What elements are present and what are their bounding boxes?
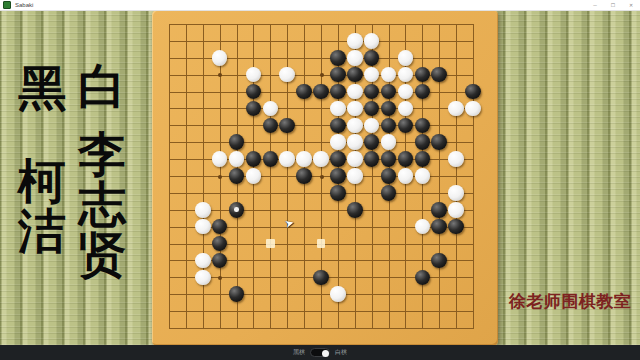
black-stone-R16 — [431, 67, 447, 83]
maximize-button[interactable]: ☐ — [604, 0, 622, 10]
white-stone-P17 — [398, 50, 414, 66]
black-stone-N11 — [364, 151, 380, 167]
white-stone-S9 — [448, 185, 464, 201]
white-stone-N13 — [364, 118, 380, 134]
white-stone-D11 — [212, 151, 228, 167]
black-stone-K15 — [313, 84, 329, 100]
white-stone-C8 — [195, 202, 211, 218]
white-stone-M14 — [347, 101, 363, 117]
grid-line-v — [473, 24, 474, 329]
black-stone-O15 — [381, 84, 397, 100]
black-stone-K4 — [313, 270, 329, 286]
white-stone-M10 — [347, 168, 363, 184]
white-stone-F16 — [246, 67, 262, 83]
white-stone-L14 — [330, 101, 346, 117]
white-stone-L12 — [330, 134, 346, 150]
black-stone-R5 — [431, 253, 447, 269]
hoshi-point — [320, 73, 324, 77]
hoshi-point — [218, 73, 222, 77]
black-stone-R7 — [431, 219, 447, 235]
white-stone-M18 — [347, 33, 363, 49]
black-stone-E10 — [229, 168, 245, 184]
black-stone-Q15 — [415, 84, 431, 100]
square-marker — [317, 239, 326, 248]
grid-line-h — [169, 210, 474, 211]
white-stone-S14 — [448, 101, 464, 117]
black-stone-M8 — [347, 202, 363, 218]
black-stone-Q12 — [415, 134, 431, 150]
black-stone-L10 — [330, 168, 346, 184]
bottom-bar: 黑棋 白棋 — [0, 345, 640, 360]
white-stone-D17 — [212, 50, 228, 66]
black-stone-R12 — [431, 134, 447, 150]
black-stone-D6 — [212, 236, 228, 252]
black-stone-O14 — [381, 101, 397, 117]
grid-line-h — [169, 311, 474, 312]
black-stone-E3 — [229, 286, 245, 302]
black-stone-Q11 — [415, 151, 431, 167]
black-stone-E12 — [229, 134, 245, 150]
white-player-name: 李志贤 — [76, 130, 128, 280]
grid-line-h — [169, 294, 474, 295]
color-toggle[interactable] — [310, 348, 330, 357]
white-stone-P10 — [398, 168, 414, 184]
white-stone-O16 — [381, 67, 397, 83]
black-stone-H13 — [279, 118, 295, 134]
black-stone-L11 — [330, 151, 346, 167]
white-stone-J11 — [296, 151, 312, 167]
white-stone-H16 — [279, 67, 295, 83]
black-stone-F14 — [246, 101, 262, 117]
white-stone-C7 — [195, 219, 211, 235]
white-stone-K11 — [313, 151, 329, 167]
white-stone-S8 — [448, 202, 464, 218]
black-stone-O11 — [381, 151, 397, 167]
white-stone-M12 — [347, 134, 363, 150]
title-bar[interactable]: Sabaki ─ ☐ ✕ — [0, 0, 640, 11]
toggle-label-white: 白棋 — [335, 348, 347, 357]
black-stone-R8 — [431, 202, 447, 218]
square-marker — [266, 239, 275, 248]
black-stone-F15 — [246, 84, 262, 100]
black-stone-N14 — [364, 101, 380, 117]
toggle-label-black: 黑棋 — [293, 348, 305, 357]
white-stone-H11 — [279, 151, 295, 167]
white-stone-L3 — [330, 286, 346, 302]
black-stone-G13 — [263, 118, 279, 134]
hoshi-point — [218, 276, 222, 280]
white-player-label: 白 李志贤 — [76, 62, 128, 280]
black-stone-S7 — [448, 219, 464, 235]
white-stone-O12 — [381, 134, 397, 150]
black-stone-J10 — [296, 168, 312, 184]
white-stone-T14 — [465, 101, 481, 117]
white-stone-M15 — [347, 84, 363, 100]
black-stone-L9 — [330, 185, 346, 201]
black-stone-L15 — [330, 84, 346, 100]
white-stone-C4 — [195, 270, 211, 286]
white-stone-M17 — [347, 50, 363, 66]
window-title: Sabaki — [15, 0, 33, 10]
black-stone-Q13 — [415, 118, 431, 134]
black-stone-O9 — [381, 185, 397, 201]
hoshi-point — [320, 175, 324, 179]
black-stone-P11 — [398, 151, 414, 167]
white-stone-P15 — [398, 84, 414, 100]
black-stone-N15 — [364, 84, 380, 100]
black-color-char: 黑 — [16, 64, 68, 114]
black-stone-D7 — [212, 219, 228, 235]
hoshi-point — [218, 175, 222, 179]
white-stone-N18 — [364, 33, 380, 49]
white-stone-C5 — [195, 253, 211, 269]
white-stone-E11 — [229, 151, 245, 167]
black-stone-N12 — [364, 134, 380, 150]
white-stone-S11 — [448, 151, 464, 167]
window-controls: ─ ☐ ✕ — [586, 0, 640, 10]
black-stone-Q4 — [415, 270, 431, 286]
sabaki-window: { "window": { "title": "Sabaki", "contro… — [0, 0, 640, 360]
toggle-knob — [322, 350, 329, 357]
grid-line-h — [169, 328, 474, 329]
black-stone-L16 — [330, 67, 346, 83]
black-stone-O13 — [381, 118, 397, 134]
black-stone-P13 — [398, 118, 414, 134]
white-stone-Q7 — [415, 219, 431, 235]
last-move-marker — [234, 207, 239, 212]
black-stone-L17 — [330, 50, 346, 66]
sabaki-app-icon — [3, 1, 11, 9]
white-stone-Q10 — [415, 168, 431, 184]
white-stone-F10 — [246, 168, 262, 184]
black-stone-N17 — [364, 50, 380, 66]
channel-caption: 徐老师围棋教室 — [500, 290, 640, 313]
close-button[interactable]: ✕ — [622, 0, 640, 10]
white-stone-G14 — [263, 101, 279, 117]
black-stone-D5 — [212, 253, 228, 269]
white-color-char: 白 — [76, 62, 128, 112]
black-stone-F11 — [246, 151, 262, 167]
white-stone-P14 — [398, 101, 414, 117]
white-stone-M11 — [347, 151, 363, 167]
black-stone-L13 — [330, 118, 346, 134]
black-stone-T15 — [465, 84, 481, 100]
black-stone-G11 — [263, 151, 279, 167]
white-stone-N16 — [364, 67, 380, 83]
black-stone-O10 — [381, 168, 397, 184]
black-player-label: 黑 柯洁 — [16, 64, 68, 257]
grid-line-h — [169, 193, 474, 194]
black-stone-M16 — [347, 67, 363, 83]
white-stone-P16 — [398, 67, 414, 83]
black-stone-J15 — [296, 84, 312, 100]
black-player-name: 柯洁 — [16, 157, 68, 257]
black-stone-Q16 — [415, 67, 431, 83]
grid-line-v — [456, 24, 457, 329]
go-board[interactable] — [152, 10, 498, 346]
minimize-button[interactable]: ─ — [586, 0, 604, 10]
white-stone-M13 — [347, 118, 363, 134]
